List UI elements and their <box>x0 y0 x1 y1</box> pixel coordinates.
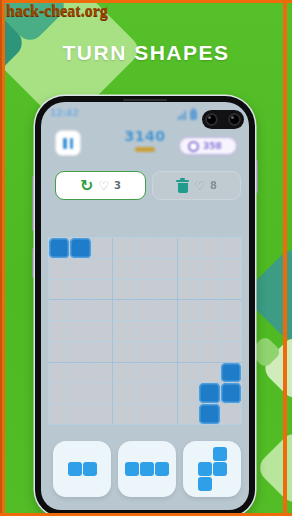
board-cell-empty[interactable] <box>70 342 91 363</box>
board-cell-empty[interactable] <box>70 321 91 342</box>
camera-lens-icon <box>205 113 218 126</box>
piece-gap <box>198 447 212 461</box>
board-cell-empty[interactable] <box>135 238 156 259</box>
board-cell-empty[interactable] <box>70 300 91 321</box>
board-cell-empty[interactable] <box>199 238 220 259</box>
status-time: 12:42 <box>50 108 79 118</box>
phone-speaker <box>123 99 167 101</box>
board-cell-empty[interactable] <box>113 259 134 280</box>
status-icons <box>178 110 197 120</box>
board-cell-empty[interactable] <box>113 342 134 363</box>
piece-block <box>198 462 212 476</box>
board-cell-empty[interactable] <box>135 259 156 280</box>
signal-icon <box>178 111 186 120</box>
board-cell-empty[interactable] <box>178 321 199 342</box>
camera-lens-icon <box>228 113 241 126</box>
piece-block <box>83 462 97 476</box>
board-cell-empty[interactable] <box>178 280 199 301</box>
board-cell-empty[interactable] <box>156 280 177 301</box>
board-cell-empty[interactable] <box>92 259 113 280</box>
board-cell-empty[interactable] <box>199 300 220 321</box>
board-cell-empty[interactable] <box>92 383 113 404</box>
board-cell-empty[interactable] <box>49 342 70 363</box>
board-cell-empty[interactable] <box>92 280 113 301</box>
board-cell-filled[interactable] <box>221 363 242 384</box>
tray-slot-1[interactable] <box>53 441 111 497</box>
watermark-frame-right <box>283 0 287 516</box>
board-cell-empty[interactable] <box>178 342 199 363</box>
board-cell-empty[interactable] <box>49 404 70 425</box>
board-cell-empty[interactable] <box>135 383 156 404</box>
board-cell-filled[interactable] <box>199 383 220 404</box>
board-grid[interactable] <box>48 237 242 425</box>
board-cell-empty[interactable] <box>92 342 113 363</box>
score-underline <box>135 147 155 152</box>
board-cell-empty[interactable] <box>49 259 70 280</box>
board-cell-empty[interactable] <box>70 404 91 425</box>
board-cell-empty[interactable] <box>156 342 177 363</box>
board-cell-empty[interactable] <box>199 321 220 342</box>
board-cell-filled[interactable] <box>49 238 70 259</box>
piece-gap <box>213 477 227 491</box>
board-cell-empty[interactable] <box>178 300 199 321</box>
board-cell-empty[interactable] <box>221 404 242 425</box>
board-cell-empty[interactable] <box>49 280 70 301</box>
board-cell-filled[interactable] <box>221 383 242 404</box>
board-cell-empty[interactable] <box>221 238 242 259</box>
heart-icon: ♡ <box>98 180 109 192</box>
tray-slot-3[interactable] <box>183 441 241 497</box>
board-cell-empty[interactable] <box>156 259 177 280</box>
board-cell-empty[interactable] <box>113 300 134 321</box>
tray-slot-2[interactable] <box>118 441 176 497</box>
piece-block <box>68 462 82 476</box>
board-cell-empty[interactable] <box>92 363 113 384</box>
board-cell-empty[interactable] <box>221 342 242 363</box>
board-cell-empty[interactable] <box>92 300 113 321</box>
board-cell-empty[interactable] <box>49 383 70 404</box>
board-cell-empty[interactable] <box>113 280 134 301</box>
board-cell-empty[interactable] <box>49 300 70 321</box>
board-cell-empty[interactable] <box>156 383 177 404</box>
board-cell-empty[interactable] <box>199 342 220 363</box>
board-cell-empty[interactable] <box>221 280 242 301</box>
coins-value: 358 <box>203 141 222 151</box>
board-cell-empty[interactable] <box>49 363 70 384</box>
camera-cutout <box>202 110 244 129</box>
board-cell-empty[interactable] <box>135 300 156 321</box>
rotate-hearts-count: 3 <box>114 180 121 191</box>
tray-piece-grid <box>198 447 227 491</box>
battery-icon <box>190 110 197 120</box>
board-cell-empty[interactable] <box>156 363 177 384</box>
board-cell-empty[interactable] <box>199 363 220 384</box>
board-cell-empty[interactable] <box>113 363 134 384</box>
board-cell-empty[interactable] <box>178 259 199 280</box>
tray-piece-grid <box>68 462 97 476</box>
watermark-frame-left <box>0 0 5 516</box>
watermark-site-label: hack-cheat.org <box>6 2 108 20</box>
board-cell-empty[interactable] <box>70 280 91 301</box>
piece-block <box>213 447 227 461</box>
board-cell-empty[interactable] <box>70 363 91 384</box>
rotate-icon: ↻ <box>80 178 93 194</box>
coins-badge[interactable]: 358 <box>179 137 237 155</box>
coin-icon <box>188 141 199 152</box>
board-cell-empty[interactable] <box>221 321 242 342</box>
board-cell-filled[interactable] <box>199 404 220 425</box>
board-cell-empty[interactable] <box>178 383 199 404</box>
board-cell-empty[interactable] <box>113 238 134 259</box>
trash-button[interactable]: ♡ 8 <box>152 171 241 200</box>
board-cell-empty[interactable] <box>135 280 156 301</box>
piece-block <box>213 462 227 476</box>
board-cell-empty[interactable] <box>135 363 156 384</box>
screenshot-canvas: TURN SHAPES 12:42 3140 358 <box>0 0 292 516</box>
piece-block <box>198 477 212 491</box>
rotate-button[interactable]: ↻ ♡ 3 <box>55 171 146 200</box>
board-cell-empty[interactable] <box>199 280 220 301</box>
phone-mockup: 12:42 3140 358 ↻ ♡ 3 <box>35 96 255 516</box>
board-cell-empty[interactable] <box>135 404 156 425</box>
board-cell-empty[interactable] <box>92 321 113 342</box>
board-cell-empty[interactable] <box>92 404 113 425</box>
tray-piece-grid <box>125 462 169 476</box>
piece-block <box>140 462 154 476</box>
board-cell-empty[interactable] <box>199 259 220 280</box>
board-cell-empty[interactable] <box>156 321 177 342</box>
board-cell-empty[interactable] <box>178 404 199 425</box>
board-cell-empty[interactable] <box>70 383 91 404</box>
trash-icon <box>176 179 189 193</box>
phone-screen: 12:42 3140 358 ↻ ♡ 3 <box>41 102 249 510</box>
board-cell-empty[interactable] <box>135 342 156 363</box>
board-cell-empty[interactable] <box>113 321 134 342</box>
board-cell-filled[interactable] <box>70 238 91 259</box>
board-cell-empty[interactable] <box>156 300 177 321</box>
board-cell-empty[interactable] <box>135 321 156 342</box>
trash-hearts-count: 8 <box>210 180 217 191</box>
piece-block <box>155 462 169 476</box>
heart-icon: ♡ <box>194 180 205 192</box>
board-cell-empty[interactable] <box>70 259 91 280</box>
page-title: TURN SHAPES <box>0 41 292 65</box>
piece-block <box>125 462 139 476</box>
board-cell-empty[interactable] <box>178 238 199 259</box>
phone-power-button <box>255 160 258 193</box>
board-cell-empty[interactable] <box>156 404 177 425</box>
board-cell-empty[interactable] <box>221 259 242 280</box>
board-cell-empty[interactable] <box>92 238 113 259</box>
board-cell-empty[interactable] <box>113 404 134 425</box>
board-cell-empty[interactable] <box>221 300 242 321</box>
board-cell-empty[interactable] <box>49 321 70 342</box>
board-cell-empty[interactable] <box>156 238 177 259</box>
board-cell-empty[interactable] <box>113 383 134 404</box>
board-cell-empty[interactable] <box>178 363 199 384</box>
